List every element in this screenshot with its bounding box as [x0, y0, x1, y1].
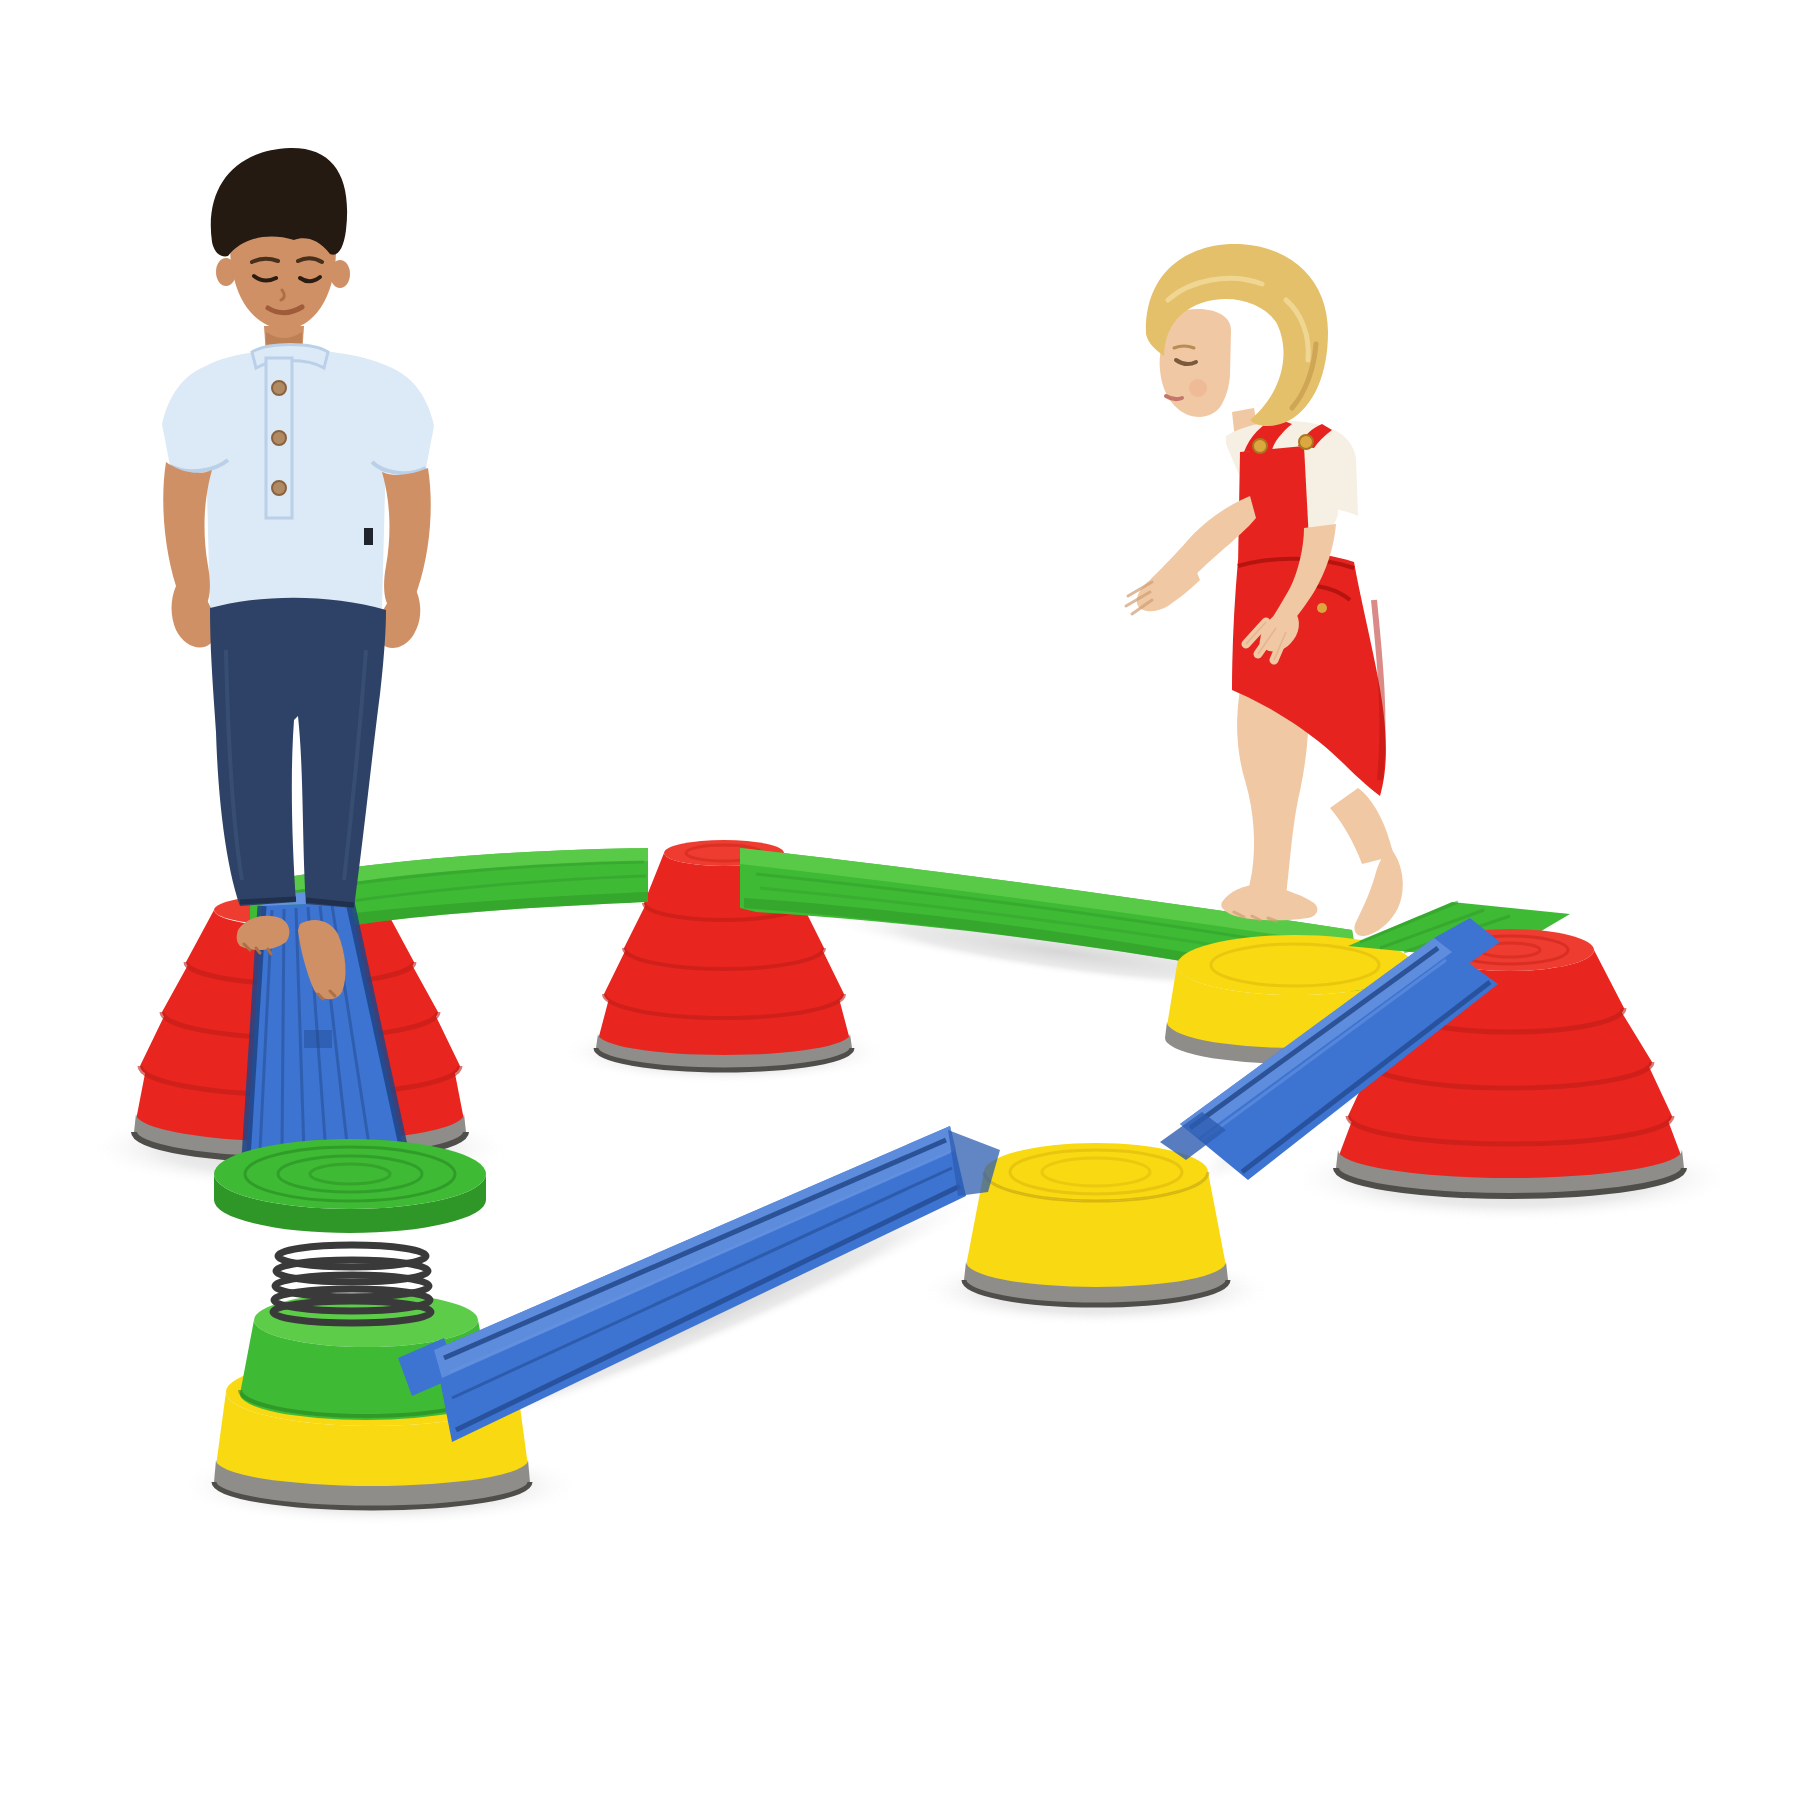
spring-wobble-disc: [214, 1139, 486, 1323]
girl-figure: [1126, 244, 1403, 936]
product-photo: [0, 0, 1800, 1800]
front-yellow-stone: [964, 1143, 1228, 1305]
blue-beam-front: [398, 1126, 1000, 1442]
balance-course-scene: [0, 0, 1800, 1800]
